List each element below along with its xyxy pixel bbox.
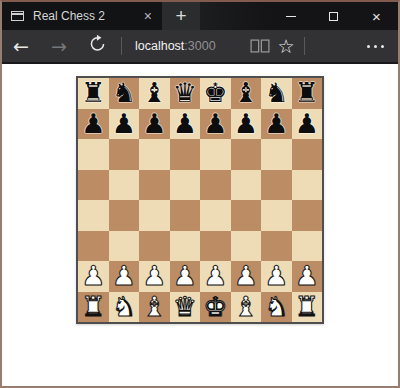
square-f5[interactable] [231, 170, 262, 201]
square-c4[interactable] [139, 200, 170, 231]
square-a2[interactable]: ♟ [78, 261, 109, 292]
square-e1[interactable]: ♚ [200, 292, 231, 323]
reading-list-button[interactable] [247, 38, 273, 54]
back-button[interactable]: ← [2, 31, 40, 61]
square-g4[interactable] [261, 200, 292, 231]
black-pawn-piece[interactable]: ♟ [295, 109, 319, 140]
black-bishop-piece[interactable]: ♝ [142, 78, 166, 109]
square-h6[interactable] [292, 139, 323, 170]
square-h3[interactable] [292, 231, 323, 262]
square-g5[interactable] [261, 170, 292, 201]
white-pawn-piece[interactable]: ♟ [81, 261, 105, 292]
tab-title: Real Chess 2 [33, 9, 142, 23]
white-pawn-piece[interactable]: ♟ [142, 261, 166, 292]
forward-button[interactable]: → [40, 31, 78, 61]
black-pawn-piece[interactable]: ♟ [234, 109, 258, 140]
white-pawn-piece[interactable]: ♟ [112, 261, 136, 292]
browser-window: Real Chess 2 × + × ← → localhost:3000 [0, 0, 400, 388]
black-pawn-piece[interactable]: ♟ [142, 109, 166, 140]
black-knight-piece[interactable]: ♞ [264, 78, 288, 109]
square-b5[interactable] [109, 170, 140, 201]
square-g8[interactable]: ♞ [261, 78, 292, 109]
square-b6[interactable] [109, 139, 140, 170]
square-b1[interactable]: ♞ [109, 292, 140, 323]
maximize-icon [329, 12, 338, 21]
titlebar-spacer [200, 2, 269, 30]
square-c8[interactable]: ♝ [139, 78, 170, 109]
square-d4[interactable] [170, 200, 201, 231]
square-h5[interactable] [292, 170, 323, 201]
square-f7[interactable]: ♟ [231, 109, 262, 140]
square-c5[interactable] [139, 170, 170, 201]
square-e2[interactable]: ♟ [200, 261, 231, 292]
square-d7[interactable]: ♟ [170, 109, 201, 140]
plus-icon: + [175, 6, 186, 25]
square-e4[interactable] [200, 200, 231, 231]
square-d6[interactable] [170, 139, 201, 170]
square-b3[interactable] [109, 231, 140, 262]
white-pawn-piece[interactable]: ♟ [234, 261, 258, 292]
book-icon [250, 38, 270, 54]
titlebar: Real Chess 2 × + × [2, 2, 398, 30]
navbar-right-group: ☆ [247, 32, 398, 60]
square-g2[interactable]: ♟ [261, 261, 292, 292]
white-rook-piece[interactable]: ♜ [81, 292, 105, 323]
black-pawn-piece[interactable]: ♟ [264, 109, 288, 140]
more-options-button[interactable] [367, 45, 384, 48]
square-h8[interactable]: ♜ [292, 78, 323, 109]
minimize-icon [286, 16, 296, 17]
square-e8[interactable]: ♚ [200, 78, 231, 109]
browser-tab[interactable]: Real Chess 2 × [2, 2, 162, 30]
square-f1[interactable]: ♝ [231, 292, 262, 323]
page-content: ♜♞♝♛♚♝♞♜♟♟♟♟♟♟♟♟♟♟♟♟♟♟♟♟♜♞♝♛♚♝♞♜ [2, 64, 398, 386]
tab-close-icon[interactable]: × [142, 9, 154, 23]
white-knight-piece[interactable]: ♞ [264, 292, 288, 323]
white-pawn-piece[interactable]: ♟ [173, 261, 197, 292]
square-b7[interactable]: ♟ [109, 109, 140, 140]
square-c7[interactable]: ♟ [139, 109, 170, 140]
black-rook-piece[interactable]: ♜ [295, 78, 319, 109]
white-pawn-piece[interactable]: ♟ [295, 261, 319, 292]
square-e7[interactable]: ♟ [200, 109, 231, 140]
square-e6[interactable] [200, 139, 231, 170]
black-bishop-piece[interactable]: ♝ [234, 78, 258, 109]
minimize-button[interactable] [269, 2, 312, 30]
navigation-bar: ← → localhost:3000 ☆ [2, 30, 398, 64]
black-queen-piece[interactable]: ♛ [173, 78, 197, 109]
white-rook-piece[interactable]: ♜ [295, 292, 319, 323]
new-tab-button[interactable]: + [162, 2, 200, 30]
dot-icon [367, 45, 370, 48]
url-host: localhost [135, 39, 184, 53]
white-queen-piece[interactable]: ♛ [173, 292, 197, 323]
dot-icon [381, 45, 384, 48]
close-button[interactable]: × [355, 2, 398, 30]
square-g7[interactable]: ♟ [261, 109, 292, 140]
black-pawn-piece[interactable]: ♟ [112, 109, 136, 140]
address-bar[interactable]: localhost:3000 [135, 39, 216, 53]
square-g1[interactable]: ♞ [261, 292, 292, 323]
black-rook-piece[interactable]: ♜ [81, 78, 105, 109]
white-pawn-piece[interactable]: ♟ [203, 261, 227, 292]
square-a8[interactable]: ♜ [78, 78, 109, 109]
square-c2[interactable]: ♟ [139, 261, 170, 292]
square-f3[interactable] [231, 231, 262, 262]
square-d1[interactable]: ♛ [170, 292, 201, 323]
square-h7[interactable]: ♟ [292, 109, 323, 140]
dot-icon [374, 45, 377, 48]
square-h2[interactable]: ♟ [292, 261, 323, 292]
white-king-piece[interactable]: ♚ [203, 292, 227, 323]
square-e5[interactable] [200, 170, 231, 201]
black-pawn-piece[interactable]: ♟ [173, 109, 197, 140]
black-king-piece[interactable]: ♚ [203, 78, 227, 109]
white-pawn-piece[interactable]: ♟ [264, 261, 288, 292]
square-f8[interactable]: ♝ [231, 78, 262, 109]
square-a4[interactable] [78, 200, 109, 231]
square-a1[interactable]: ♜ [78, 292, 109, 323]
square-g6[interactable] [261, 139, 292, 170]
square-a5[interactable] [78, 170, 109, 201]
black-knight-piece[interactable]: ♞ [112, 78, 136, 109]
close-icon: × [372, 9, 381, 24]
square-h4[interactable] [292, 200, 323, 231]
square-f6[interactable] [231, 139, 262, 170]
chess-board: ♜♞♝♛♚♝♞♜♟♟♟♟♟♟♟♟♟♟♟♟♟♟♟♟♜♞♝♛♚♝♞♜ [76, 76, 324, 324]
square-c1[interactable]: ♝ [139, 292, 170, 323]
refresh-icon [88, 34, 107, 53]
square-d5[interactable] [170, 170, 201, 201]
square-d3[interactable] [170, 231, 201, 262]
square-a7[interactable]: ♟ [78, 109, 109, 140]
black-pawn-piece[interactable]: ♟ [203, 109, 227, 140]
maximize-button[interactable] [312, 2, 355, 30]
page-favicon-icon [11, 11, 24, 21]
navbar-separator [121, 37, 122, 55]
square-b8[interactable]: ♞ [109, 78, 140, 109]
white-bishop-piece[interactable]: ♝ [142, 292, 166, 323]
white-knight-piece[interactable]: ♞ [112, 292, 136, 323]
square-d8[interactable]: ♛ [170, 78, 201, 109]
square-f4[interactable] [231, 200, 262, 231]
square-b4[interactable] [109, 200, 140, 231]
square-c6[interactable] [139, 139, 170, 170]
square-h1[interactable]: ♜ [292, 292, 323, 323]
square-g3[interactable] [261, 231, 292, 262]
square-e3[interactable] [200, 231, 231, 262]
refresh-button[interactable] [78, 31, 116, 61]
square-d2[interactable]: ♟ [170, 261, 201, 292]
white-bishop-piece[interactable]: ♝ [234, 292, 258, 323]
square-c3[interactable] [139, 231, 170, 262]
square-a6[interactable] [78, 139, 109, 170]
square-b2[interactable]: ♟ [109, 261, 140, 292]
square-a3[interactable] [78, 231, 109, 262]
url-port: :3000 [184, 39, 215, 53]
favorites-star-button[interactable]: ☆ [273, 32, 299, 60]
square-f2[interactable]: ♟ [231, 261, 262, 292]
navbar-separator-2 [304, 37, 305, 55]
black-pawn-piece[interactable]: ♟ [81, 109, 105, 140]
